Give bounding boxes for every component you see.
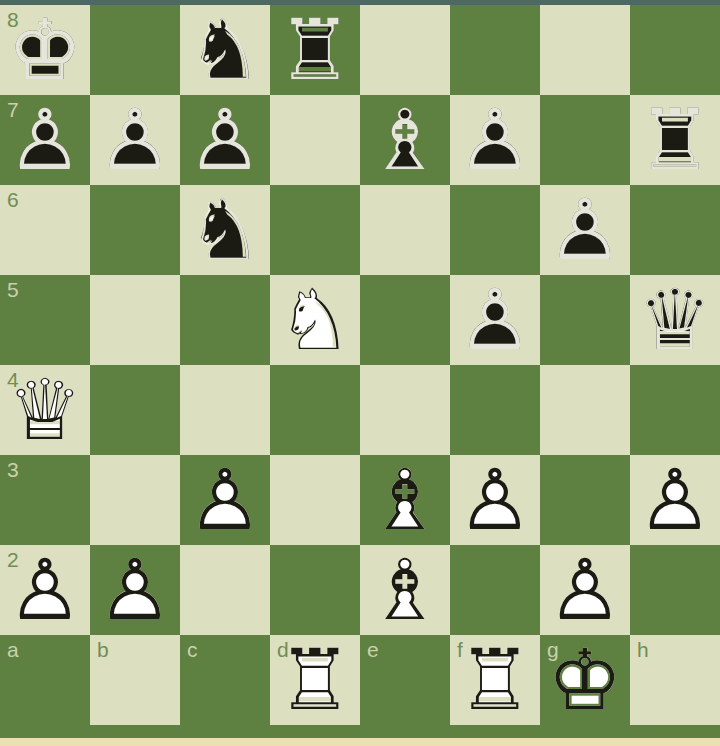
bishop-glyph-outline: ♗︎ xyxy=(360,95,450,185)
square-f4[interactable] xyxy=(450,365,540,455)
black-pawn[interactable]: ♟︎♙︎ xyxy=(450,275,540,365)
square-a8[interactable]: 8♚︎♔︎ xyxy=(0,5,90,95)
white-king[interactable]: ♚︎♔︎ xyxy=(540,635,630,725)
square-h8[interactable] xyxy=(630,5,720,95)
pawn-glyph-outline: ♙︎ xyxy=(630,455,720,545)
square-d1[interactable]: d♜︎♖︎ xyxy=(270,635,360,725)
square-e7[interactable]: ♝︎♗︎ xyxy=(360,95,450,185)
queen-glyph-outline: ♕︎ xyxy=(630,275,720,365)
pawn-glyph-fill: ♟︎ xyxy=(540,185,630,275)
pawn-glyph-fill: ♟︎ xyxy=(0,95,90,185)
square-a3[interactable]: 3 xyxy=(0,455,90,545)
square-c4[interactable] xyxy=(180,365,270,455)
rook-glyph-fill: ♜︎ xyxy=(630,95,720,185)
rook-glyph-outline: ♖︎ xyxy=(630,95,720,185)
white-rook[interactable]: ♜︎♖︎ xyxy=(450,635,540,725)
white-bishop[interactable]: ♝︎♗︎ xyxy=(360,455,450,545)
knight-glyph-outline: ♘︎ xyxy=(180,5,270,95)
white-pawn[interactable]: ♟︎♙︎ xyxy=(90,545,180,635)
square-g8[interactable] xyxy=(540,5,630,95)
rook-glyph-fill: ♜︎ xyxy=(270,635,360,725)
square-a5[interactable]: 5 xyxy=(0,275,90,365)
black-bishop[interactable]: ♝︎♗︎ xyxy=(360,95,450,185)
square-b4[interactable] xyxy=(90,365,180,455)
pawn-glyph-outline: ♙︎ xyxy=(180,95,270,185)
black-pawn[interactable]: ♟︎♙︎ xyxy=(450,95,540,185)
bishop-glyph-outline: ♗︎ xyxy=(360,455,450,545)
pawn-glyph-outline: ♙︎ xyxy=(450,455,540,545)
rook-glyph-outline: ♖︎ xyxy=(270,5,360,95)
pawn-glyph-fill: ♟︎ xyxy=(90,95,180,185)
square-c3[interactable]: ♟︎♙︎ xyxy=(180,455,270,545)
square-c7[interactable]: ♟︎♙︎ xyxy=(180,95,270,185)
file-label-h: h xyxy=(637,638,649,661)
square-h5[interactable]: ♛︎♕︎ xyxy=(630,275,720,365)
square-b8[interactable] xyxy=(90,5,180,95)
square-g5[interactable] xyxy=(540,275,630,365)
square-b7[interactable]: ♟︎♙︎ xyxy=(90,95,180,185)
white-pawn[interactable]: ♟︎♙︎ xyxy=(630,455,720,545)
square-c1[interactable]: c xyxy=(180,635,270,725)
queen-glyph-fill: ♛︎ xyxy=(630,275,720,365)
knight-glyph-fill: ♞︎ xyxy=(180,5,270,95)
pawn-glyph-outline: ♙︎ xyxy=(180,455,270,545)
square-e2[interactable]: ♝︎♗︎ xyxy=(360,545,450,635)
square-d7[interactable] xyxy=(270,95,360,185)
pawn-glyph-outline: ♙︎ xyxy=(0,95,90,185)
square-b5[interactable] xyxy=(90,275,180,365)
king-glyph-outline: ♔︎ xyxy=(0,5,90,95)
square-c2[interactable] xyxy=(180,545,270,635)
panel-top-edge xyxy=(0,738,720,746)
square-c8[interactable]: ♞︎♘︎ xyxy=(180,5,270,95)
square-g3[interactable] xyxy=(540,455,630,545)
square-e6[interactable] xyxy=(360,185,450,275)
square-g7[interactable] xyxy=(540,95,630,185)
knight-glyph-fill: ♞︎ xyxy=(180,185,270,275)
pawn-glyph-outline: ♙︎ xyxy=(90,545,180,635)
pawn-glyph-outline: ♙︎ xyxy=(0,545,90,635)
square-e3[interactable]: ♝︎♗︎ xyxy=(360,455,450,545)
square-b6[interactable] xyxy=(90,185,180,275)
pawn-glyph-fill: ♟︎ xyxy=(630,455,720,545)
rook-glyph-fill: ♜︎ xyxy=(270,5,360,95)
file-label-a: a xyxy=(7,638,19,661)
square-a2[interactable]: 2♟︎♙︎ xyxy=(0,545,90,635)
pawn-glyph-fill: ♟︎ xyxy=(450,95,540,185)
square-h7[interactable]: ♜︎♖︎ xyxy=(630,95,720,185)
pawn-glyph-outline: ♙︎ xyxy=(450,95,540,185)
queen-glyph-outline: ♕︎ xyxy=(0,365,90,455)
pawn-glyph-fill: ♟︎ xyxy=(0,545,90,635)
black-pawn[interactable]: ♟︎♙︎ xyxy=(90,95,180,185)
board-bottom-margin xyxy=(0,725,720,738)
square-h3[interactable]: ♟︎♙︎ xyxy=(630,455,720,545)
square-h6[interactable] xyxy=(630,185,720,275)
square-f3[interactable]: ♟︎♙︎ xyxy=(450,455,540,545)
black-queen[interactable]: ♛︎♕︎ xyxy=(630,275,720,365)
square-d4[interactable] xyxy=(270,365,360,455)
chess-app: 8♚︎♔︎♞︎♘︎♜︎♖︎7♟︎♙︎♟︎♙︎♟︎♙︎♝︎♗︎♟︎♙︎♜︎♖︎6♞… xyxy=(0,0,720,746)
square-g4[interactable] xyxy=(540,365,630,455)
white-pawn[interactable]: ♟︎♙︎ xyxy=(0,545,90,635)
square-f5[interactable]: ♟︎♙︎ xyxy=(450,275,540,365)
bishop-glyph-fill: ♝︎ xyxy=(360,95,450,185)
pawn-glyph-fill: ♟︎ xyxy=(540,545,630,635)
bishop-glyph-fill: ♝︎ xyxy=(360,545,450,635)
king-glyph-outline: ♔︎ xyxy=(540,635,630,725)
square-e4[interactable] xyxy=(360,365,450,455)
pawn-glyph-outline: ♙︎ xyxy=(450,275,540,365)
black-king[interactable]: ♚︎♔︎ xyxy=(0,5,90,95)
square-e5[interactable] xyxy=(360,275,450,365)
white-bishop[interactable]: ♝︎♗︎ xyxy=(360,545,450,635)
square-f6[interactable] xyxy=(450,185,540,275)
black-rook[interactable]: ♜︎♖︎ xyxy=(630,95,720,185)
pawn-glyph-fill: ♟︎ xyxy=(90,545,180,635)
white-knight[interactable]: ♞︎♘︎ xyxy=(270,275,360,365)
black-knight[interactable]: ♞︎♘︎ xyxy=(180,185,270,275)
knight-glyph-outline: ♘︎ xyxy=(270,275,360,365)
square-f8[interactable] xyxy=(450,5,540,95)
pawn-glyph-fill: ♟︎ xyxy=(180,455,270,545)
square-h1[interactable]: h xyxy=(630,635,720,725)
square-h4[interactable] xyxy=(630,365,720,455)
square-e8[interactable] xyxy=(360,5,450,95)
rank-label-5: 5 xyxy=(7,278,19,301)
queen-glyph-fill: ♛︎ xyxy=(0,365,90,455)
square-b3[interactable] xyxy=(90,455,180,545)
black-pawn[interactable]: ♟︎♙︎ xyxy=(0,95,90,185)
black-pawn[interactable]: ♟︎♙︎ xyxy=(180,95,270,185)
bishop-glyph-fill: ♝︎ xyxy=(360,455,450,545)
knight-glyph-outline: ♘︎ xyxy=(180,185,270,275)
pawn-glyph-outline: ♙︎ xyxy=(540,545,630,635)
square-g6[interactable]: ♟︎♙︎ xyxy=(540,185,630,275)
black-rook[interactable]: ♜︎♖︎ xyxy=(270,5,360,95)
square-b2[interactable]: ♟︎♙︎ xyxy=(90,545,180,635)
square-c5[interactable] xyxy=(180,275,270,365)
square-e1[interactable]: e xyxy=(360,635,450,725)
black-knight[interactable]: ♞︎♘︎ xyxy=(180,5,270,95)
chess-board: 8♚︎♔︎♞︎♘︎♜︎♖︎7♟︎♙︎♟︎♙︎♟︎♙︎♝︎♗︎♟︎♙︎♜︎♖︎6♞… xyxy=(0,5,720,725)
square-d3[interactable] xyxy=(270,455,360,545)
square-f7[interactable]: ♟︎♙︎ xyxy=(450,95,540,185)
file-label-e: e xyxy=(367,638,379,661)
rank-label-3: 3 xyxy=(7,458,19,481)
square-g1[interactable]: g♚︎♔︎ xyxy=(540,635,630,725)
square-a1[interactable]: a xyxy=(0,635,90,725)
king-glyph-fill: ♚︎ xyxy=(0,5,90,95)
square-d5[interactable]: ♞︎♘︎ xyxy=(270,275,360,365)
white-pawn[interactable]: ♟︎♙︎ xyxy=(180,455,270,545)
white-rook[interactable]: ♜︎♖︎ xyxy=(270,635,360,725)
rook-glyph-outline: ♖︎ xyxy=(270,635,360,725)
rook-glyph-fill: ♜︎ xyxy=(450,635,540,725)
square-g2[interactable]: ♟︎♙︎ xyxy=(540,545,630,635)
pawn-glyph-outline: ♙︎ xyxy=(540,185,630,275)
white-queen[interactable]: ♛︎♕︎ xyxy=(0,365,90,455)
file-label-b: b xyxy=(97,638,109,661)
square-h2[interactable] xyxy=(630,545,720,635)
square-d2[interactable] xyxy=(270,545,360,635)
square-c6[interactable]: ♞︎♘︎ xyxy=(180,185,270,275)
white-pawn[interactable]: ♟︎♙︎ xyxy=(450,455,540,545)
square-d8[interactable]: ♜︎♖︎ xyxy=(270,5,360,95)
pawn-glyph-fill: ♟︎ xyxy=(450,275,540,365)
white-pawn[interactable]: ♟︎♙︎ xyxy=(540,545,630,635)
square-b1[interactable]: b xyxy=(90,635,180,725)
rank-label-6: 6 xyxy=(7,188,19,211)
square-a6[interactable]: 6 xyxy=(0,185,90,275)
pawn-glyph-fill: ♟︎ xyxy=(180,95,270,185)
square-a4[interactable]: 4♛︎♕︎ xyxy=(0,365,90,455)
square-d6[interactable] xyxy=(270,185,360,275)
king-glyph-fill: ♚︎ xyxy=(540,635,630,725)
square-a7[interactable]: 7♟︎♙︎ xyxy=(0,95,90,185)
rook-glyph-outline: ♖︎ xyxy=(450,635,540,725)
black-pawn[interactable]: ♟︎♙︎ xyxy=(540,185,630,275)
square-f2[interactable] xyxy=(450,545,540,635)
file-label-c: c xyxy=(187,638,198,661)
pawn-glyph-outline: ♙︎ xyxy=(90,95,180,185)
square-f1[interactable]: f♜︎♖︎ xyxy=(450,635,540,725)
knight-glyph-fill: ♞︎ xyxy=(270,275,360,365)
pawn-glyph-fill: ♟︎ xyxy=(450,455,540,545)
bishop-glyph-outline: ♗︎ xyxy=(360,545,450,635)
